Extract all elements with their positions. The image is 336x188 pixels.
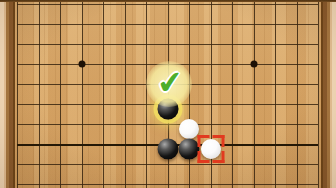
grid-row-line [17, 24, 318, 25]
black-stone-i8 [179, 139, 200, 160]
grid-column-line [318, 2, 319, 188]
correct-move-check-icon: ✔ [156, 66, 185, 100]
board-left-edge [0, 0, 15, 188]
grid-column-line [254, 2, 255, 188]
grid-column-line [275, 2, 276, 188]
grid-column-line [82, 2, 83, 188]
star-point-l12 [250, 60, 257, 67]
gomoku-board-screenshot: ✔ [0, 0, 336, 188]
grid-column-line [146, 2, 147, 188]
grid-column-line [17, 2, 18, 188]
grid-row-line [17, 164, 318, 165]
grid-column-line [39, 2, 40, 188]
white-stone-i9 [179, 119, 199, 139]
board-top-edge [0, 0, 336, 2]
star-point-d12 [78, 60, 85, 67]
grid-column-line [125, 2, 126, 188]
grid-row-line [17, 4, 318, 5]
grid-column-line [211, 2, 212, 188]
board-right-edge [321, 0, 336, 188]
grid-column-line [60, 2, 61, 188]
grid-row-line [17, 44, 318, 45]
grid-row-line [17, 124, 318, 125]
white-stone-j8 [201, 139, 221, 159]
black-stone-h8 [157, 139, 178, 160]
grid-row-line [17, 184, 318, 185]
grid-column-line [232, 2, 233, 188]
grid-column-line [103, 2, 104, 188]
grid-column-line [189, 2, 190, 188]
grid-column-line [297, 2, 298, 188]
